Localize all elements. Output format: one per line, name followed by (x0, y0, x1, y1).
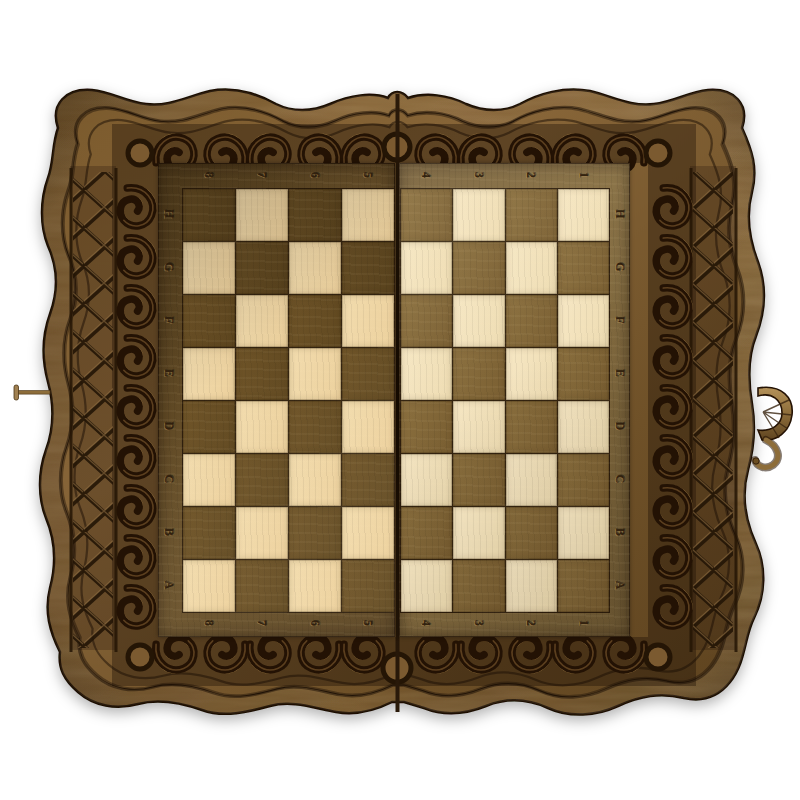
square-e6[interactable] (289, 348, 341, 400)
file-label-d-right: D (614, 420, 626, 432)
rank-label-2-top: 2 (525, 169, 537, 181)
square-g7[interactable] (236, 242, 288, 294)
rank-label-7-top: 7 (256, 169, 268, 181)
square-a2[interactable] (506, 560, 557, 612)
rank-label-2-bottom: 2 (525, 617, 537, 629)
square-d1[interactable] (558, 401, 609, 453)
square-c6[interactable] (289, 454, 341, 506)
lattice-left (71, 168, 116, 652)
square-e1[interactable] (558, 348, 609, 400)
medallion-bottom-right (646, 645, 670, 669)
file-label-e-left: E (163, 367, 175, 379)
square-g1[interactable] (558, 242, 609, 294)
rank-label-4-bottom: 4 (420, 617, 432, 629)
square-d6[interactable] (289, 401, 341, 453)
file-label-b-right: B (614, 526, 626, 538)
square-h2[interactable] (506, 189, 557, 241)
square-g4[interactable] (401, 242, 452, 294)
square-d5[interactable] (342, 401, 394, 453)
square-f6[interactable] (289, 295, 341, 347)
rank-label-6-bottom: 6 (309, 617, 321, 629)
square-f7[interactable] (236, 295, 288, 347)
square-a3[interactable] (453, 560, 504, 612)
square-f4[interactable] (401, 295, 452, 347)
square-c4[interactable] (401, 454, 452, 506)
file-label-g-right: G (614, 261, 626, 273)
square-c7[interactable] (236, 454, 288, 506)
square-d3[interactable] (453, 401, 504, 453)
square-c8[interactable] (183, 454, 235, 506)
square-e7[interactable] (236, 348, 288, 400)
square-a8[interactable] (183, 560, 235, 612)
rank-label-6-top: 6 (309, 169, 321, 181)
file-label-d-left: D (163, 420, 175, 432)
square-h5[interactable] (342, 189, 394, 241)
rank-label-3-top: 3 (473, 169, 485, 181)
square-f3[interactable] (453, 295, 504, 347)
medallion-top-left (128, 141, 152, 165)
rank-label-8-bottom: 8 (203, 617, 215, 629)
brass-latch (753, 387, 792, 467)
square-e4[interactable] (401, 348, 452, 400)
square-f2[interactable] (506, 295, 557, 347)
file-label-b-left: B (163, 526, 175, 538)
square-a5[interactable] (342, 560, 394, 612)
square-b4[interactable] (401, 507, 452, 559)
square-a1[interactable] (558, 560, 609, 612)
file-label-g-left: G (163, 261, 175, 273)
rank-label-1-top: 1 (578, 169, 590, 181)
square-h1[interactable] (558, 189, 609, 241)
square-a4[interactable] (401, 560, 452, 612)
square-c2[interactable] (506, 454, 557, 506)
file-label-h-right: H (614, 208, 626, 220)
square-h8[interactable] (183, 189, 235, 241)
rank-label-5-top: 5 (362, 169, 374, 181)
rank-label-7-bottom: 7 (256, 617, 268, 629)
square-d8[interactable] (183, 401, 235, 453)
square-b3[interactable] (453, 507, 504, 559)
lattice-right (691, 168, 736, 652)
square-c3[interactable] (453, 454, 504, 506)
square-b5[interactable] (342, 507, 394, 559)
file-label-a-right: A (614, 579, 626, 591)
board-panel-right: HGFEDCBA44332211 (399, 163, 630, 637)
square-g6[interactable] (289, 242, 341, 294)
file-label-f-left: F (163, 314, 175, 326)
square-d2[interactable] (506, 401, 557, 453)
square-e3[interactable] (453, 348, 504, 400)
square-a6[interactable] (289, 560, 341, 612)
square-d7[interactable] (236, 401, 288, 453)
file-label-a-left: A (163, 579, 175, 591)
medallion-bottom-left (128, 645, 152, 669)
square-b2[interactable] (506, 507, 557, 559)
board-panel-left: HGFEDCBA88776655 (158, 163, 395, 637)
file-label-c-right: C (614, 473, 626, 485)
file-label-e-right: E (614, 367, 626, 379)
square-b7[interactable] (236, 507, 288, 559)
rank-label-5-bottom: 5 (362, 617, 374, 629)
product-photo: HGFEDCBA88776655 HGFEDCBA44332211 (0, 0, 800, 800)
square-h7[interactable] (236, 189, 288, 241)
square-h4[interactable] (401, 189, 452, 241)
square-f8[interactable] (183, 295, 235, 347)
square-g3[interactable] (453, 242, 504, 294)
square-e8[interactable] (183, 348, 235, 400)
file-label-f-right: F (614, 314, 626, 326)
file-label-c-left: C (163, 473, 175, 485)
square-c5[interactable] (342, 454, 394, 506)
square-e5[interactable] (342, 348, 394, 400)
square-d4[interactable] (401, 401, 452, 453)
medallion-top-right (646, 141, 670, 165)
square-h3[interactable] (453, 189, 504, 241)
rank-label-8-top: 8 (203, 169, 215, 181)
square-b1[interactable] (558, 507, 609, 559)
square-e2[interactable] (506, 348, 557, 400)
square-g2[interactable] (506, 242, 557, 294)
rank-label-3-bottom: 3 (473, 617, 485, 629)
squares-grid-right (400, 188, 610, 613)
square-h6[interactable] (289, 189, 341, 241)
brass-pin (14, 385, 50, 400)
square-b8[interactable] (183, 507, 235, 559)
square-c1[interactable] (558, 454, 609, 506)
square-b6[interactable] (289, 507, 341, 559)
file-label-h-left: H (163, 208, 175, 220)
square-f5[interactable] (342, 295, 394, 347)
rank-label-1-bottom: 1 (578, 617, 590, 629)
square-g8[interactable] (183, 242, 235, 294)
square-f1[interactable] (558, 295, 609, 347)
square-a7[interactable] (236, 560, 288, 612)
squares-grid-left (182, 188, 395, 613)
square-g5[interactable] (342, 242, 394, 294)
rank-label-4-top: 4 (420, 169, 432, 181)
